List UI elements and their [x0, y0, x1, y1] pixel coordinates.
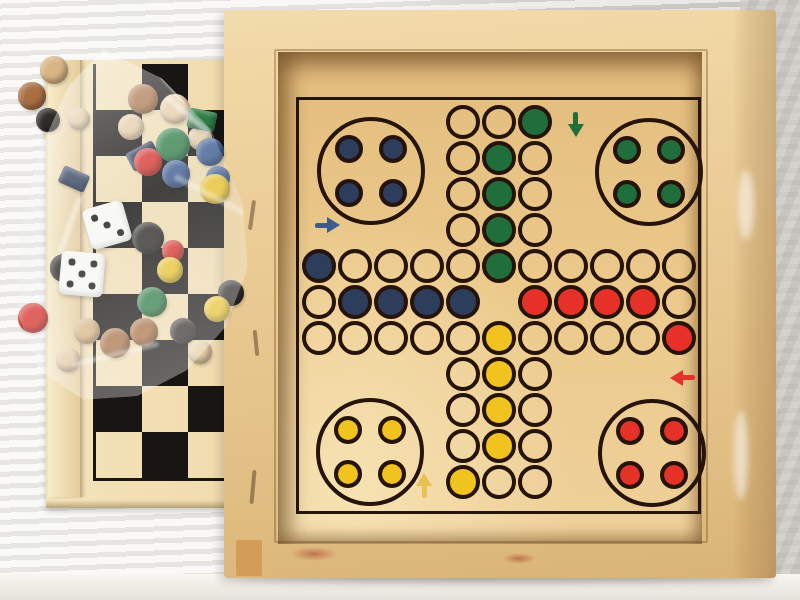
bag-piece-green — [137, 287, 167, 317]
die-showing-3 — [81, 199, 133, 251]
wood-grain-mark — [250, 470, 257, 504]
wooden-box — [224, 10, 776, 578]
home-seat-yellow — [378, 416, 406, 444]
bag-piece-black — [36, 108, 60, 132]
arrow-head — [416, 473, 432, 486]
ludo-track-circle — [518, 213, 552, 247]
home-seat-green — [613, 136, 641, 164]
ludo-cell-r6c3 — [373, 284, 409, 320]
chalk-smudge — [734, 410, 748, 500]
ludo-track-circle — [446, 321, 480, 355]
ludo-cell-r6c11 — [661, 284, 697, 320]
ludo-track-circle — [302, 321, 336, 355]
bag-piece-natural — [118, 114, 144, 140]
ludo-track-circle — [302, 285, 336, 319]
ludo-cell-r5c1 — [301, 248, 337, 284]
ludo-track-circle — [482, 105, 516, 139]
arrow-head — [670, 370, 683, 386]
die-showing-5 — [58, 250, 106, 298]
ludo-track-circle — [518, 249, 552, 283]
green-direction-arrow-icon — [568, 112, 584, 138]
bag-piece-brown — [100, 328, 130, 358]
ludo-track-circle — [518, 141, 552, 175]
ludo-cell-r6c8 — [553, 284, 589, 320]
ludo-track-circle — [446, 105, 480, 139]
yellow-direction-arrow-icon — [416, 472, 432, 498]
ludo-cell-r7c3 — [373, 320, 409, 356]
bag-piece-tan — [74, 318, 100, 344]
ludo-cell-r6c10 — [625, 284, 661, 320]
bag-piece-navy — [58, 165, 91, 193]
checker-cell-r9c2 — [142, 432, 188, 478]
ludo-cell-r9c6 — [481, 392, 517, 428]
bag-piece-red — [18, 303, 48, 333]
ludo-cell-r4c8 — [553, 212, 589, 248]
ludo-track-circle — [446, 429, 480, 463]
ludo-colored-circle — [662, 321, 696, 355]
ludo-cell-r1c6 — [481, 104, 517, 140]
bag-piece-natural — [160, 94, 190, 124]
ludo-cell-r4c5 — [445, 212, 481, 248]
ludo-cell-r10c5 — [445, 428, 481, 464]
ludo-colored-circle — [554, 285, 588, 319]
ludo-cell-r2c6 — [481, 140, 517, 176]
ludo-colored-circle — [482, 393, 516, 427]
ludo-cell-r1c5 — [445, 104, 481, 140]
bag-piece-tan — [40, 56, 68, 84]
ludo-colored-circle — [410, 285, 444, 319]
ludo-track-circle — [554, 321, 588, 355]
ludo-track-circle — [338, 249, 372, 283]
ludo-cell-r7c10 — [625, 320, 661, 356]
ludo-cell-r5c11 — [661, 248, 697, 284]
ludo-cell-r11c8 — [553, 464, 589, 500]
ludo-cell-r4c6 — [481, 212, 517, 248]
ludo-track-circle — [446, 393, 480, 427]
ludo-cell-r5c9 — [589, 248, 625, 284]
ludo-track-circle — [554, 249, 588, 283]
bag-piece-yellow — [204, 296, 230, 322]
ludo-track-circle — [374, 249, 408, 283]
ludo-track-circle — [518, 429, 552, 463]
ludo-track-circle — [518, 357, 552, 391]
ludo-track-circle — [446, 357, 480, 391]
ludo-cell-r8c10 — [625, 356, 661, 392]
ludo-cell-r2c8 — [553, 140, 589, 176]
ludo-cell-r11c5 — [445, 464, 481, 500]
home-seat-blue — [379, 135, 407, 163]
die-pip — [67, 280, 75, 288]
ludo-colored-circle — [590, 285, 624, 319]
ludo-track-circle — [518, 177, 552, 211]
chalk-smudge — [738, 170, 754, 240]
home-base-red — [598, 399, 706, 507]
home-seat-green — [657, 180, 685, 208]
ludo-cell-r5c5 — [445, 248, 481, 284]
ludo-track-circle — [518, 321, 552, 355]
ludo-colored-circle — [518, 105, 552, 139]
bag-piece-brown — [130, 318, 158, 346]
wood-knot — [502, 553, 536, 564]
ludo-colored-circle — [338, 285, 372, 319]
arrow-tail — [681, 375, 695, 380]
home-seat-red — [660, 417, 688, 445]
ludo-cell-r5c10 — [625, 248, 661, 284]
ludo-cell-r7c11 — [661, 320, 697, 356]
ludo-track-circle — [446, 141, 480, 175]
ludo-track-circle — [626, 321, 660, 355]
wood-knot — [290, 547, 338, 561]
ludo-track-circle — [662, 285, 696, 319]
ludo-cell-r5c7 — [517, 248, 553, 284]
ludo-colored-circle — [374, 285, 408, 319]
ludo-track-circle — [410, 249, 444, 283]
ludo-cell-r6c6 — [481, 284, 517, 320]
pieces-bag — [10, 42, 255, 407]
red-direction-arrow-icon — [669, 370, 695, 386]
ludo-cell-r7c5 — [445, 320, 481, 356]
ludo-cell-r2c5 — [445, 140, 481, 176]
plastic-highlight — [57, 196, 83, 254]
ludo-colored-circle — [482, 213, 516, 247]
bag-piece-blue — [196, 138, 224, 166]
ludo-cell-r7c2 — [337, 320, 373, 356]
ludo-cell-r5c8 — [553, 248, 589, 284]
bag-piece-natural — [188, 340, 212, 364]
ludo-cell-r8c2 — [337, 356, 373, 392]
ludo-cell-r8c3 — [373, 356, 409, 392]
die-pip — [69, 259, 77, 267]
bag-piece-yellow — [157, 257, 183, 283]
ludo-cell-r4c7 — [517, 212, 553, 248]
photo-scene — [0, 0, 800, 600]
bag-piece-black — [170, 318, 196, 344]
ludo-cell-r11c6 — [481, 464, 517, 500]
ludo-cell-r5c2 — [337, 248, 373, 284]
home-seat-blue — [379, 179, 407, 207]
home-seat-green — [657, 136, 685, 164]
ludo-cell-r10c7 — [517, 428, 553, 464]
ludo-colored-circle — [482, 429, 516, 463]
ludo-track-circle — [482, 465, 516, 499]
ludo-cell-r5c3 — [373, 248, 409, 284]
ludo-cell-r8c5 — [445, 356, 481, 392]
ludo-track-circle — [626, 249, 660, 283]
blue-direction-arrow-icon — [315, 217, 341, 233]
ludo-cell-r8c4 — [409, 356, 445, 392]
ludo-colored-circle — [518, 285, 552, 319]
bag-piece-red — [134, 148, 162, 176]
ludo-colored-circle — [482, 357, 516, 391]
home-seat-yellow — [334, 460, 362, 488]
ludo-cell-r3c5 — [445, 176, 481, 212]
die-pip — [103, 221, 112, 230]
ludo-cell-r6c7 — [517, 284, 553, 320]
home-base-blue — [317, 117, 425, 225]
ludo-colored-circle — [626, 285, 660, 319]
die-pip — [116, 228, 125, 237]
ludo-track-circle — [662, 249, 696, 283]
ludo-track-circle — [590, 321, 624, 355]
ludo-cell-r6c4 — [409, 284, 445, 320]
ludo-track-circle — [518, 465, 552, 499]
ludo-track-circle — [590, 249, 624, 283]
die-pip — [90, 261, 98, 269]
ludo-track-circle — [446, 177, 480, 211]
ludo-colored-circle — [482, 321, 516, 355]
ludo-colored-circle — [302, 249, 336, 283]
ludo-colored-circle — [446, 285, 480, 319]
home-seat-red — [660, 461, 688, 489]
ludo-cell-r8c7 — [517, 356, 553, 392]
ludo-cell-r6c5 — [445, 284, 481, 320]
arrow-head — [568, 124, 584, 137]
ludo-colored-circle — [482, 177, 516, 211]
ludo-cell-r11c7 — [517, 464, 553, 500]
ludo-cell-r7c1 — [301, 320, 337, 356]
ludo-cell-r7c9 — [589, 320, 625, 356]
ludo-cell-r8c8 — [553, 356, 589, 392]
ludo-track-circle — [374, 321, 408, 355]
ludo-colored-circle — [482, 249, 516, 283]
home-base-green — [595, 118, 703, 226]
ludo-cell-r7c8 — [553, 320, 589, 356]
ludo-cell-r3c7 — [517, 176, 553, 212]
die-pip — [90, 213, 99, 222]
die-pip — [88, 282, 96, 290]
bag-piece-natural — [68, 108, 90, 130]
home-seat-blue — [335, 179, 363, 207]
ludo-cell-r8c6 — [481, 356, 517, 392]
ludo-cell-r3c8 — [553, 176, 589, 212]
ludo-cell-r7c6 — [481, 320, 517, 356]
ludo-cell-r6c1 — [301, 284, 337, 320]
home-seat-red — [616, 461, 644, 489]
box-corner-endgrain — [236, 540, 262, 576]
home-seat-green — [613, 180, 641, 208]
ludo-cell-r1c4 — [409, 104, 445, 140]
arrow-head — [327, 217, 340, 233]
ludo-cell-r5c4 — [409, 248, 445, 284]
ludo-cell-r1c7 — [517, 104, 553, 140]
ludo-cell-r3c6 — [481, 176, 517, 212]
ludo-cell-r2c7 — [517, 140, 553, 176]
bag-piece-yellow — [200, 174, 230, 204]
bag-piece-brown — [18, 82, 46, 110]
bag-piece-natural — [56, 348, 80, 372]
ludo-cell-r9c5 — [445, 392, 481, 428]
die-pip — [78, 270, 86, 278]
ludo-cell-r10c6 — [481, 428, 517, 464]
ludo-cell-r4c4 — [409, 212, 445, 248]
ludo-track-circle — [446, 249, 480, 283]
ludo-cell-r9c7 — [517, 392, 553, 428]
ludo-colored-circle — [482, 141, 516, 175]
ludo-cell-r7c4 — [409, 320, 445, 356]
checker-cell-r9c1 — [96, 432, 142, 478]
ludo-cell-r9c8 — [553, 392, 589, 428]
ludo-cell-r6c9 — [589, 284, 625, 320]
ludo-cell-r10c8 — [553, 428, 589, 464]
bag-piece-black — [132, 222, 164, 254]
home-seat-yellow — [378, 460, 406, 488]
home-seat-red — [616, 417, 644, 445]
ludo-track-circle — [338, 321, 372, 355]
ludo-track-circle — [518, 393, 552, 427]
ludo-cell-r7c7 — [517, 320, 553, 356]
ludo-cell-r8c1 — [301, 356, 337, 392]
home-seat-yellow — [334, 416, 362, 444]
home-seat-blue — [335, 135, 363, 163]
bag-piece-brown — [128, 84, 158, 114]
ludo-track-circle — [446, 213, 480, 247]
ludo-cell-r8c9 — [589, 356, 625, 392]
bag-piece-blue — [162, 160, 190, 188]
home-base-yellow — [316, 398, 424, 506]
ludo-cell-r5c6 — [481, 248, 517, 284]
ludo-track-circle — [410, 321, 444, 355]
ludo-colored-circle — [446, 465, 480, 499]
ludo-cell-r6c2 — [337, 284, 373, 320]
arrow-tail — [422, 484, 427, 498]
